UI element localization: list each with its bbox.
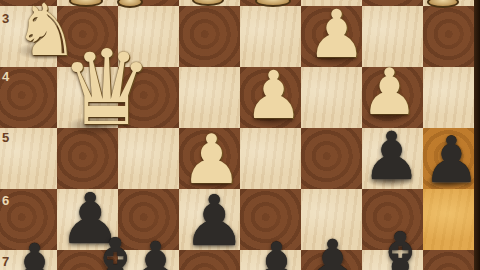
white-pawn-d4[interactable]: ♟ [243,63,304,129]
black-bishop-b7[interactable]: ♝ [367,222,428,270]
rank-label-7: 7 [2,255,9,268]
rank-label-6: 6 [2,194,9,207]
square-a4[interactable] [423,67,480,128]
square-c4[interactable] [301,67,362,128]
square-e3[interactable] [179,6,240,67]
board-edge [474,0,480,270]
rank-label-4: 4 [2,70,9,83]
black-pawn-e6[interactable]: ♟ [183,186,244,256]
square-a3[interactable] [423,6,480,67]
black-pawn-a5[interactable]: ♟ [421,128,480,192]
rank-label-5: 5 [2,131,9,144]
white-pawn-b4[interactable]: ♟ [359,60,420,124]
rank-label-3: 3 [2,12,9,25]
white-queen-g4[interactable]: ♛ [60,36,121,140]
black-pawn-c7[interactable]: ♟ [302,232,363,270]
chess-app-screenshot: { "game": "chess", "view": { "descriptio… [0,0,480,270]
white-pawn-c3[interactable]: ♟ [306,2,367,68]
square-d5[interactable] [240,128,301,189]
square-e4[interactable] [179,67,240,128]
black-pawn-h7[interactable]: ♟ [4,236,65,270]
black-pawn-b5[interactable]: ♟ [361,124,422,190]
black-pawn-f7[interactable]: ♟ [125,234,186,270]
square-c5[interactable] [301,128,362,189]
black-pawn-d7[interactable]: ♟ [246,234,307,270]
